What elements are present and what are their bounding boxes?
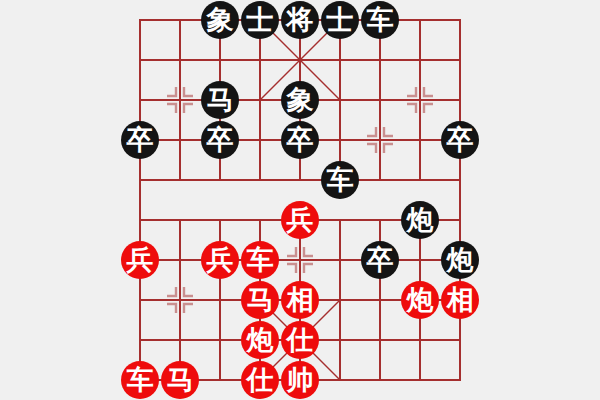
piece-black-cannon[interactable]: 炮 [401, 201, 439, 239]
piece-red-cannon[interactable]: 炮 [401, 281, 439, 319]
piece-black-soldier[interactable]: 卒 [441, 121, 479, 159]
piece-black-cannon[interactable]: 炮 [441, 241, 479, 279]
piece-red-horse[interactable]: 马 [161, 361, 199, 399]
piece-red-elephant[interactable]: 相 [441, 281, 479, 319]
piece-black-soldier[interactable]: 卒 [201, 121, 239, 159]
xiangqi-board: 象士将士车马象卒卒卒卒车炮卒炮兵兵兵车马相炮相炮仕车马仕帅 [0, 0, 600, 400]
piece-black-chariot[interactable]: 车 [361, 1, 399, 39]
piece-red-chariot[interactable]: 车 [121, 361, 159, 399]
piece-red-soldier[interactable]: 兵 [201, 241, 239, 279]
piece-red-general[interactable]: 帅 [281, 361, 319, 399]
piece-black-advisor[interactable]: 士 [321, 1, 359, 39]
piece-red-elephant[interactable]: 相 [281, 281, 319, 319]
piece-black-soldier[interactable]: 卒 [281, 121, 319, 159]
piece-red-chariot[interactable]: 车 [241, 241, 279, 279]
piece-black-elephant[interactable]: 象 [201, 1, 239, 39]
board-grid: 象士将士车马象卒卒卒卒车炮卒炮兵兵兵车马相炮相炮仕车马仕帅 [120, 0, 480, 400]
piece-red-advisor[interactable]: 仕 [241, 361, 279, 399]
piece-red-horse[interactable]: 马 [241, 281, 279, 319]
piece-black-general[interactable]: 将 [281, 1, 319, 39]
piece-black-horse[interactable]: 马 [201, 81, 239, 119]
piece-black-chariot[interactable]: 车 [321, 161, 359, 199]
piece-red-advisor[interactable]: 仕 [281, 321, 319, 359]
piece-black-soldier[interactable]: 卒 [121, 121, 159, 159]
piece-red-soldier[interactable]: 兵 [121, 241, 159, 279]
piece-red-cannon[interactable]: 炮 [241, 321, 279, 359]
xiangqi-app-screen: 象士将士车马象卒卒卒卒车炮卒炮兵兵兵车马相炮相炮仕车马仕帅 [0, 0, 600, 400]
piece-black-advisor[interactable]: 士 [241, 1, 279, 39]
piece-red-soldier[interactable]: 兵 [281, 201, 319, 239]
piece-black-soldier[interactable]: 卒 [361, 241, 399, 279]
piece-black-elephant[interactable]: 象 [281, 81, 319, 119]
